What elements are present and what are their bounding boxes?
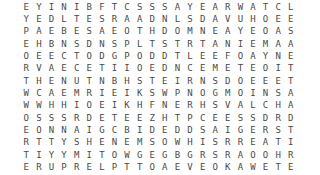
grid-cell[interactable]: E	[96, 137, 109, 149]
grid-cell[interactable]: D	[159, 50, 172, 62]
grid-cell[interactable]: O	[33, 124, 46, 136]
grid-cell[interactable]: I	[121, 63, 134, 75]
grid-cell[interactable]: O	[259, 13, 272, 25]
grid-cell[interactable]: I	[83, 149, 96, 161]
grid-cell[interactable]: E	[259, 161, 272, 173]
grid-cell[interactable]: O	[159, 137, 172, 149]
grid-cell[interactable]: S	[58, 112, 71, 124]
grid-cell[interactable]: S	[70, 38, 83, 50]
grid-cell[interactable]: G	[234, 124, 247, 136]
grid-cell[interactable]: H	[184, 137, 197, 149]
grid-cell[interactable]: A	[234, 161, 247, 173]
grid-cell[interactable]: E	[45, 50, 58, 62]
grid-cell[interactable]: E	[33, 50, 46, 62]
grid-cell[interactable]: R	[20, 137, 33, 149]
grid-cell[interactable]: S	[146, 1, 159, 13]
grid-cell[interactable]: R	[222, 137, 235, 149]
grid-cell[interactable]: A	[284, 100, 297, 112]
grid-cell[interactable]: T	[20, 75, 33, 87]
grid-cell[interactable]: E	[196, 1, 209, 13]
grid-cell[interactable]: A	[45, 87, 58, 99]
grid-cell[interactable]: E	[108, 87, 121, 99]
grid-cell[interactable]: E	[247, 75, 260, 87]
grid-cell[interactable]: E	[209, 112, 222, 124]
grid-cell[interactable]: I	[108, 63, 121, 75]
grid-cell[interactable]: D	[159, 63, 172, 75]
grid-cell[interactable]: E	[247, 63, 260, 75]
grid-cell[interactable]: O	[133, 50, 146, 62]
grid-cell[interactable]: E	[146, 63, 159, 75]
grid-cell[interactable]: Y	[58, 149, 71, 161]
grid-cell[interactable]: E	[96, 100, 109, 112]
grid-cell[interactable]: I	[247, 87, 260, 99]
grid-cell[interactable]: E	[45, 26, 58, 38]
grid-cell[interactable]: M	[184, 26, 197, 38]
grid-cell[interactable]: T	[121, 161, 134, 173]
grid-cell[interactable]: E	[96, 112, 109, 124]
grid-cell[interactable]: I	[96, 87, 109, 99]
grid-cell[interactable]: S	[133, 1, 146, 13]
grid-cell[interactable]: E	[272, 13, 285, 25]
grid-cell[interactable]: R	[108, 13, 121, 25]
grid-cell[interactable]: L	[284, 1, 297, 13]
grid-cell[interactable]: N	[58, 124, 71, 136]
grid-cell[interactable]: E	[83, 13, 96, 25]
grid-cell[interactable]: T	[171, 38, 184, 50]
grid-cell[interactable]: S	[133, 75, 146, 87]
grid-cell[interactable]: C	[184, 63, 197, 75]
grid-cell[interactable]: A	[121, 13, 134, 25]
grid-cell[interactable]: Y	[20, 13, 33, 25]
grid-cell[interactable]: R	[184, 75, 197, 87]
grid-cell[interactable]: S	[159, 38, 172, 50]
grid-cell[interactable]: H	[121, 75, 134, 87]
grid-cell[interactable]: A	[171, 1, 184, 13]
grid-cell[interactable]: N	[159, 13, 172, 25]
grid-cell[interactable]: P	[121, 50, 134, 62]
grid-cell[interactable]: H	[272, 100, 285, 112]
grid-cell[interactable]: U	[234, 13, 247, 25]
grid-cell[interactable]: O	[234, 50, 247, 62]
grid-cell[interactable]: D	[184, 124, 197, 136]
grid-cell[interactable]: A	[159, 161, 172, 173]
grid-cell[interactable]: I	[45, 1, 58, 13]
grid-cell[interactable]: E	[45, 75, 58, 87]
grid-cell[interactable]: F	[146, 100, 159, 112]
grid-cell[interactable]: E	[272, 75, 285, 87]
grid-cell[interactable]: C	[58, 50, 71, 62]
grid-cell[interactable]: V	[33, 63, 46, 75]
grid-cell[interactable]: N	[222, 38, 235, 50]
grid-cell[interactable]: T	[234, 63, 247, 75]
grid-cell[interactable]: Y	[259, 50, 272, 62]
grid-cell[interactable]: I	[83, 124, 96, 136]
grid-cell[interactable]: L	[184, 50, 197, 62]
grid-cell[interactable]: T	[20, 149, 33, 161]
grid-cell[interactable]: E	[284, 13, 297, 25]
grid-cell[interactable]: H	[272, 149, 285, 161]
grid-cell[interactable]: L	[96, 161, 109, 173]
grid-cell[interactable]: A	[247, 1, 260, 13]
grid-cell[interactable]: C	[108, 124, 121, 136]
grid-cell[interactable]: P	[58, 161, 71, 173]
grid-cell[interactable]: N	[96, 38, 109, 50]
grid-cell[interactable]: N	[58, 1, 71, 13]
grid-cell[interactable]: G	[209, 87, 222, 99]
grid-cell[interactable]: R	[272, 112, 285, 124]
grid-cell[interactable]: Y	[58, 137, 71, 149]
grid-cell[interactable]: T	[259, 1, 272, 13]
grid-cell[interactable]: O	[259, 63, 272, 75]
grid-cell[interactable]: E	[284, 161, 297, 173]
grid-cell[interactable]: N	[45, 124, 58, 136]
grid-cell[interactable]: S	[70, 137, 83, 149]
grid-cell[interactable]: A	[284, 87, 297, 99]
grid-cell[interactable]: C	[121, 1, 134, 13]
grid-cell[interactable]: A	[234, 100, 247, 112]
grid-cell[interactable]: M	[70, 149, 83, 161]
grid-cell[interactable]: I	[70, 1, 83, 13]
grid-cell[interactable]: L	[171, 13, 184, 25]
grid-cell[interactable]: K	[133, 87, 146, 99]
grid-cell[interactable]: N	[259, 87, 272, 99]
grid-cell[interactable]: I	[70, 100, 83, 112]
grid-cell[interactable]: H	[58, 100, 71, 112]
grid-cell[interactable]: N	[108, 137, 121, 149]
grid-cell[interactable]: T	[33, 137, 46, 149]
grid-cell[interactable]: T	[108, 1, 121, 13]
grid-cell[interactable]: E	[20, 1, 33, 13]
grid-cell[interactable]: T	[96, 63, 109, 75]
grid-cell[interactable]: P	[20, 26, 33, 38]
grid-cell[interactable]: U	[45, 161, 58, 173]
grid-cell[interactable]: E	[159, 124, 172, 136]
grid-cell[interactable]: S	[209, 100, 222, 112]
grid-cell[interactable]: E	[108, 26, 121, 38]
grid-cell[interactable]: S	[146, 137, 159, 149]
grid-cell[interactable]: E	[171, 161, 184, 173]
grid-cell[interactable]: S	[272, 87, 285, 99]
grid-cell[interactable]: N	[96, 75, 109, 87]
grid-cell[interactable]: O	[146, 161, 159, 173]
grid-cell[interactable]: T	[70, 50, 83, 62]
grid-cell[interactable]: A	[209, 124, 222, 136]
grid-cell[interactable]: L	[58, 13, 71, 25]
grid-cell[interactable]: C	[259, 100, 272, 112]
grid-cell[interactable]: O	[20, 50, 33, 62]
grid-cell[interactable]: O	[259, 149, 272, 161]
grid-cell[interactable]: H	[247, 13, 260, 25]
grid-cell[interactable]: R	[196, 149, 209, 161]
grid-cell[interactable]: D	[284, 112, 297, 124]
grid-cell[interactable]: E	[196, 63, 209, 75]
grid-cell[interactable]: S	[184, 13, 197, 25]
grid-cell[interactable]: E	[146, 149, 159, 161]
grid-cell[interactable]: F	[96, 1, 109, 13]
grid-cell[interactable]: R	[70, 112, 83, 124]
grid-cell[interactable]: S	[108, 38, 121, 50]
grid-cell[interactable]: H	[146, 26, 159, 38]
grid-cell[interactable]: B	[121, 124, 134, 136]
grid-cell[interactable]: S	[83, 26, 96, 38]
grid-cell[interactable]: D	[96, 50, 109, 62]
grid-cell[interactable]: O	[247, 149, 260, 161]
grid-cell[interactable]: S	[33, 112, 46, 124]
grid-cell[interactable]: N	[58, 38, 71, 50]
grid-cell[interactable]: A	[133, 13, 146, 25]
grid-cell[interactable]: E	[222, 112, 235, 124]
grid-cell[interactable]: P	[121, 38, 134, 50]
grid-cell[interactable]: T	[96, 149, 109, 161]
grid-cell[interactable]: V	[222, 100, 235, 112]
grid-cell[interactable]: S	[284, 26, 297, 38]
grid-cell[interactable]: B	[45, 38, 58, 50]
grid-cell[interactable]: Y	[45, 149, 58, 161]
grid-cell[interactable]: T	[45, 137, 58, 149]
grid-cell[interactable]: E	[196, 50, 209, 62]
grid-cell[interactable]: E	[20, 124, 33, 136]
grid-cell[interactable]: O	[121, 26, 134, 38]
grid-cell[interactable]: I	[33, 149, 46, 161]
grid-cell[interactable]: P	[184, 112, 197, 124]
grid-cell[interactable]: A	[209, 13, 222, 25]
grid-cell[interactable]: V	[184, 161, 197, 173]
grid-cell[interactable]: E	[20, 38, 33, 50]
grid-cell[interactable]: K	[222, 161, 235, 173]
grid-cell[interactable]: A	[96, 26, 109, 38]
grid-cell[interactable]: W	[247, 161, 260, 173]
grid-cell[interactable]: I	[234, 38, 247, 50]
grid-cell[interactable]: R	[184, 38, 197, 50]
grid-cell[interactable]: P	[171, 87, 184, 99]
grid-cell[interactable]: E	[58, 63, 71, 75]
grid-cell[interactable]: Y	[33, 1, 46, 13]
grid-cell[interactable]: W	[33, 100, 46, 112]
grid-cell[interactable]: B	[58, 26, 71, 38]
grid-cell[interactable]: T	[196, 38, 209, 50]
grid-cell[interactable]: K	[121, 100, 134, 112]
grid-cell[interactable]: I	[196, 137, 209, 149]
grid-cell[interactable]: D	[146, 124, 159, 136]
grid-cell[interactable]: E	[247, 26, 260, 38]
grid-cell[interactable]: R	[284, 149, 297, 161]
grid-cell[interactable]: D	[171, 124, 184, 136]
grid-cell[interactable]: C	[33, 87, 46, 99]
grid-cell[interactable]: W	[20, 100, 33, 112]
grid-cell[interactable]: A	[234, 149, 247, 161]
grid-cell[interactable]: T	[171, 112, 184, 124]
grid-cell[interactable]: H	[33, 38, 46, 50]
grid-cell[interactable]: T	[108, 112, 121, 124]
grid-cell[interactable]: A	[33, 26, 46, 38]
grid-cell[interactable]: E	[159, 75, 172, 87]
grid-cell[interactable]: S	[234, 112, 247, 124]
grid-cell[interactable]: H	[33, 75, 46, 87]
grid-cell[interactable]: S	[196, 124, 209, 136]
grid-cell[interactable]: T	[146, 38, 159, 50]
grid-cell[interactable]: W	[121, 149, 134, 161]
grid-cell[interactable]: E	[209, 26, 222, 38]
grid-cell[interactable]: E	[247, 137, 260, 149]
grid-cell[interactable]: E	[121, 112, 134, 124]
grid-cell[interactable]: A	[209, 1, 222, 13]
grid-cell[interactable]: R	[259, 124, 272, 136]
grid-cell[interactable]: O	[196, 87, 209, 99]
grid-cell[interactable]: S	[146, 87, 159, 99]
grid-cell[interactable]: T	[284, 124, 297, 136]
grid-cell[interactable]: S	[209, 137, 222, 149]
grid-cell[interactable]: M	[70, 87, 83, 99]
grid-cell[interactable]: T	[70, 13, 83, 25]
grid-cell[interactable]: G	[184, 149, 197, 161]
grid-cell[interactable]: C	[70, 63, 83, 75]
grid-cell[interactable]: M	[209, 63, 222, 75]
grid-cell[interactable]: N	[184, 87, 197, 99]
grid-cell[interactable]: B	[83, 1, 96, 13]
grid-cell[interactable]: D	[159, 26, 172, 38]
grid-cell[interactable]: T	[133, 26, 146, 38]
grid-cell[interactable]: G	[159, 149, 172, 161]
grid-cell[interactable]: N	[272, 50, 285, 62]
grid-cell[interactable]: E	[133, 112, 146, 124]
grid-cell[interactable]: B	[171, 149, 184, 161]
grid-cell[interactable]: D	[83, 112, 96, 124]
grid-cell[interactable]: W	[20, 87, 33, 99]
grid-cell[interactable]: G	[133, 149, 146, 161]
grid-cell[interactable]: O	[133, 63, 146, 75]
grid-cell[interactable]: A	[284, 38, 297, 50]
grid-cell[interactable]: E	[171, 100, 184, 112]
grid-cell[interactable]: W	[159, 87, 172, 99]
grid-cell[interactable]: O	[83, 100, 96, 112]
grid-cell[interactable]: T	[272, 161, 285, 173]
grid-cell[interactable]: E	[121, 137, 134, 149]
grid-cell[interactable]: N	[196, 26, 209, 38]
grid-cell[interactable]: R	[222, 149, 235, 161]
grid-cell[interactable]: G	[96, 124, 109, 136]
grid-cell[interactable]: Y	[184, 1, 197, 13]
grid-cell[interactable]: I	[171, 75, 184, 87]
grid-cell[interactable]: R	[70, 161, 83, 173]
grid-cell[interactable]: B	[108, 75, 121, 87]
grid-cell[interactable]: E	[58, 87, 71, 99]
grid-cell[interactable]: H	[159, 112, 172, 124]
grid-cell[interactable]: O	[108, 149, 121, 161]
grid-cell[interactable]: E	[33, 13, 46, 25]
grid-cell[interactable]: W	[171, 137, 184, 149]
grid-cell[interactable]: A	[259, 137, 272, 149]
grid-cell[interactable]: N	[171, 63, 184, 75]
grid-cell[interactable]: W	[234, 1, 247, 13]
grid-cell[interactable]: E	[209, 50, 222, 62]
grid-cell[interactable]: T	[284, 63, 297, 75]
grid-cell[interactable]: I	[284, 137, 297, 149]
grid-cell[interactable]: A	[209, 38, 222, 50]
grid-cell[interactable]: A	[272, 38, 285, 50]
grid-cell[interactable]: D	[196, 13, 209, 25]
grid-cell[interactable]: N	[196, 75, 209, 87]
grid-cell[interactable]: E	[222, 63, 235, 75]
grid-cell[interactable]: Z	[146, 112, 159, 124]
grid-cell[interactable]: I	[222, 124, 235, 136]
grid-cell[interactable]: O	[171, 26, 184, 38]
grid-cell[interactable]: E	[83, 161, 96, 173]
grid-cell[interactable]: S	[159, 1, 172, 13]
grid-cell[interactable]: O	[20, 112, 33, 124]
grid-cell[interactable]: L	[247, 100, 260, 112]
grid-cell[interactable]: A	[247, 50, 260, 62]
grid-cell[interactable]: I	[272, 63, 285, 75]
grid-cell[interactable]: M	[259, 38, 272, 50]
grid-cell[interactable]: H	[45, 100, 58, 112]
grid-cell[interactable]: E	[70, 26, 83, 38]
grid-cell[interactable]: M	[133, 137, 146, 149]
grid-cell[interactable]: C	[196, 112, 209, 124]
grid-cell[interactable]: S	[45, 112, 58, 124]
grid-cell[interactable]: S	[96, 13, 109, 25]
grid-cell[interactable]: Y	[234, 26, 247, 38]
grid-cell[interactable]: N	[58, 75, 71, 87]
grid-cell[interactable]: F	[222, 50, 235, 62]
grid-cell[interactable]: D	[146, 13, 159, 25]
grid-cell[interactable]: I	[108, 100, 121, 112]
grid-cell[interactable]: S	[209, 75, 222, 87]
grid-cell[interactable]: D	[83, 38, 96, 50]
grid-cell[interactable]: S	[209, 149, 222, 161]
grid-cell[interactable]: O	[209, 161, 222, 173]
grid-cell[interactable]: E	[284, 50, 297, 62]
grid-cell[interactable]: H	[133, 100, 146, 112]
grid-cell[interactable]: S	[247, 112, 260, 124]
grid-cell[interactable]: R	[20, 63, 33, 75]
grid-cell[interactable]: R	[184, 100, 197, 112]
grid-cell[interactable]: D	[45, 13, 58, 25]
grid-cell[interactable]: R	[234, 137, 247, 149]
grid-cell[interactable]: E	[259, 75, 272, 87]
grid-cell[interactable]: O	[234, 75, 247, 87]
grid-cell[interactable]: G	[108, 50, 121, 62]
grid-cell[interactable]: R	[33, 161, 46, 173]
grid-cell[interactable]: M	[222, 87, 235, 99]
grid-cell[interactable]: T	[133, 161, 146, 173]
grid-cell[interactable]: D	[222, 75, 235, 87]
grid-cell[interactable]: V	[222, 13, 235, 25]
grid-cell[interactable]: O	[259, 26, 272, 38]
grid-cell[interactable]: P	[108, 161, 121, 173]
grid-cell[interactable]: T	[146, 75, 159, 87]
grid-cell[interactable]: E	[247, 38, 260, 50]
grid-cell[interactable]: A	[70, 124, 83, 136]
grid-cell[interactable]: S	[272, 124, 285, 136]
grid-cell[interactable]: A	[272, 26, 285, 38]
grid-cell[interactable]: T	[83, 75, 96, 87]
grid-cell[interactable]: E	[83, 63, 96, 75]
grid-cell[interactable]: H	[196, 100, 209, 112]
grid-cell[interactable]: O	[83, 50, 96, 62]
grid-cell[interactable]: T	[272, 137, 285, 149]
grid-cell[interactable]: D	[146, 50, 159, 62]
grid-cell[interactable]: R	[222, 1, 235, 13]
grid-cell[interactable]: I	[133, 124, 146, 136]
grid-cell[interactable]: A	[222, 26, 235, 38]
grid-cell[interactable]: E	[20, 161, 33, 173]
grid-cell[interactable]: C	[272, 1, 285, 13]
grid-cell[interactable]: E	[196, 161, 209, 173]
grid-cell[interactable]: O	[234, 87, 247, 99]
grid-cell[interactable]: R	[83, 87, 96, 99]
grid-cell[interactable]: T	[284, 75, 297, 87]
grid-cell[interactable]: E	[247, 124, 260, 136]
